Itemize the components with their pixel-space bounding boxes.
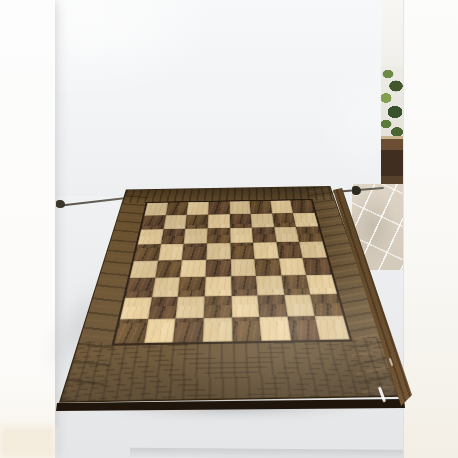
square-a8[interactable]	[144, 203, 167, 216]
square-d7[interactable]	[208, 214, 230, 228]
square-a1[interactable]	[114, 319, 148, 343]
square-c4[interactable]	[180, 259, 206, 277]
square-h5[interactable]	[299, 241, 327, 258]
square-a2[interactable]	[120, 298, 152, 320]
square-a5[interactable]	[134, 244, 161, 261]
square-d5[interactable]	[206, 243, 230, 260]
square-f1[interactable]	[259, 317, 290, 341]
square-h4[interactable]	[303, 257, 332, 275]
square-b7[interactable]	[163, 215, 187, 229]
wire-clip-left	[56, 200, 65, 208]
square-b8[interactable]	[166, 202, 189, 215]
square-b4[interactable]	[155, 260, 182, 278]
room-strip-wall	[381, 0, 404, 72]
square-e2[interactable]	[231, 296, 259, 318]
square-c8[interactable]	[187, 202, 209, 215]
square-e3[interactable]	[231, 276, 258, 296]
square-h3[interactable]	[307, 275, 338, 295]
square-a6[interactable]	[138, 229, 164, 244]
right-white-panel	[403, 0, 458, 458]
square-e4[interactable]	[230, 259, 256, 277]
square-e7[interactable]	[229, 214, 251, 228]
square-b3[interactable]	[152, 278, 181, 298]
square-g5[interactable]	[276, 242, 303, 259]
square-c3[interactable]	[178, 277, 205, 297]
square-h1[interactable]	[315, 316, 349, 340]
square-e8[interactable]	[229, 201, 251, 214]
square-f6[interactable]	[252, 227, 276, 242]
square-f4[interactable]	[254, 258, 281, 276]
square-c7[interactable]	[185, 215, 208, 229]
square-a7[interactable]	[141, 215, 166, 229]
square-h8[interactable]	[291, 200, 315, 213]
square-d2[interactable]	[204, 296, 232, 318]
square-f3[interactable]	[256, 276, 284, 296]
square-f7[interactable]	[251, 213, 274, 227]
square-d4[interactable]	[205, 259, 230, 277]
floor-tiles	[352, 184, 404, 270]
square-d8[interactable]	[208, 201, 229, 214]
plant	[381, 66, 404, 140]
square-c6[interactable]	[184, 228, 208, 243]
square-a3[interactable]	[125, 278, 155, 298]
square-g7[interactable]	[272, 213, 296, 227]
square-d6[interactable]	[207, 228, 230, 243]
square-b5[interactable]	[158, 244, 184, 261]
square-h2[interactable]	[311, 294, 343, 316]
frame-front-rail	[61, 337, 403, 402]
square-b1[interactable]	[144, 319, 176, 343]
square-b2[interactable]	[148, 297, 178, 319]
square-f5[interactable]	[253, 242, 278, 259]
square-f2[interactable]	[258, 295, 288, 317]
square-g6[interactable]	[274, 227, 299, 242]
square-g4[interactable]	[279, 258, 307, 276]
square-e6[interactable]	[230, 227, 253, 242]
chessboard	[111, 199, 352, 346]
photo-scene	[0, 0, 458, 458]
square-e5[interactable]	[230, 242, 254, 259]
square-d3[interactable]	[205, 277, 232, 297]
square-h6[interactable]	[296, 226, 322, 241]
wire-clip-right	[352, 186, 361, 195]
square-d1[interactable]	[203, 318, 232, 342]
square-b6[interactable]	[161, 229, 186, 244]
square-a4[interactable]	[130, 260, 158, 278]
square-c2[interactable]	[176, 297, 205, 319]
square-c5[interactable]	[182, 243, 207, 260]
square-h7[interactable]	[293, 213, 318, 227]
square-f8[interactable]	[250, 201, 272, 214]
square-c1[interactable]	[173, 318, 203, 342]
square-e1[interactable]	[232, 317, 262, 341]
furniture	[381, 136, 404, 188]
square-g8[interactable]	[270, 200, 293, 213]
warm-reflection	[0, 426, 55, 458]
